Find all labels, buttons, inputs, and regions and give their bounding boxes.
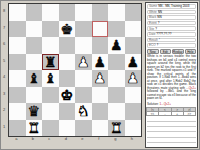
square-f2[interactable]: [92, 103, 109, 120]
piece-black-pawn-g6: ♟: [108, 37, 125, 54]
field-label: ECO: [149, 43, 156, 47]
header-fields: GameNN - NN, Training 2003WhiteNNBlackNN…: [147, 4, 196, 48]
square-c8[interactable]: [42, 4, 59, 21]
square-g3[interactable]: [108, 87, 125, 104]
field-row-date: Date????.??.??: [147, 32, 196, 37]
piece-black-pawn-f5: ♟: [92, 54, 109, 71]
piece-white-rook-g1: ♜: [108, 120, 125, 137]
square-f1[interactable]: [92, 120, 109, 137]
ruled-line: [147, 143, 196, 148]
square-c2[interactable]: [42, 103, 59, 120]
file-labels: abcdefgh: [8, 136, 140, 143]
square-a1[interactable]: [9, 120, 26, 137]
square-e5[interactable]: ♟: [75, 54, 92, 71]
square-c6[interactable]: [42, 37, 59, 54]
nav-button-bottom[interactable]: +: [171, 111, 184, 116]
field-row-site: Site?: [147, 26, 196, 31]
piece-white-pawn-e5: ♟: [75, 54, 92, 71]
square-a7[interactable]: [9, 21, 26, 38]
square-e6[interactable]: [75, 37, 92, 54]
square-b3[interactable]: [26, 87, 43, 104]
square-a6[interactable]: [9, 37, 26, 54]
square-b6[interactable]: [26, 37, 43, 54]
rank-label-4: 4: [0, 69, 8, 86]
square-a3[interactable]: [9, 87, 26, 104]
file-label-d: d: [58, 136, 75, 143]
game-info-panel: GameNN - NN, Training 2003WhiteNNBlackNN…: [145, 2, 198, 148]
square-g7[interactable]: [108, 21, 125, 38]
square-d7[interactable]: ♚: [59, 21, 76, 38]
field-value-input[interactable]: NN - NN, Training 2003: [158, 4, 194, 8]
field-label: Result: [149, 38, 158, 42]
rank-label-8: 8: [0, 3, 8, 20]
nav-button-bottom[interactable]: -: [158, 111, 171, 116]
field-value-input[interactable]: *: [159, 38, 194, 42]
square-f7[interactable]: [92, 21, 109, 38]
square-d5[interactable]: [59, 54, 76, 71]
rank-labels: 87654321: [0, 3, 8, 135]
field-label: Black: [149, 15, 156, 19]
square-c4[interactable]: ♝: [42, 70, 59, 87]
square-g5[interactable]: [108, 54, 125, 71]
square-e7[interactable]: [75, 21, 92, 38]
solution-line: Solution: 1...Qc2+: [147, 102, 196, 106]
square-c3[interactable]: [42, 87, 59, 104]
file-label-c: c: [41, 136, 58, 143]
square-c7[interactable]: [42, 21, 59, 38]
square-e2[interactable]: ♞: [75, 103, 92, 120]
square-h1[interactable]: [125, 120, 142, 137]
square-h5[interactable]: ♟: [125, 54, 142, 71]
solution-value: 1...Qc2+: [160, 102, 171, 106]
square-h3[interactable]: [125, 87, 142, 104]
square-d2[interactable]: [59, 103, 76, 120]
field-value-input[interactable]: ?: [155, 27, 194, 31]
file-label-f: f: [91, 136, 108, 143]
piece-white-knight-e2: ♞: [75, 103, 92, 120]
square-g1[interactable]: ♜: [108, 120, 125, 137]
field-row-black: BlackNN: [147, 15, 196, 20]
field-value-input[interactable]: ?: [158, 21, 194, 25]
square-h2[interactable]: [125, 103, 142, 120]
field-label: White: [149, 10, 157, 14]
square-g8[interactable]: [108, 4, 125, 21]
square-c5[interactable]: ♜: [42, 54, 59, 71]
piece-black-queen-b2: ♛: [26, 103, 43, 120]
file-label-b: b: [25, 136, 42, 143]
annotation-post: followed by ...Bb5, and the king cannot …: [147, 89, 196, 100]
square-f8[interactable]: [92, 4, 109, 21]
square-f4[interactable]: ♟: [92, 70, 109, 87]
file-label-h: h: [124, 136, 141, 143]
field-value-input[interactable]: NN: [157, 15, 194, 19]
solution-label: Solution:: [147, 102, 159, 106]
square-d1[interactable]: [59, 120, 76, 137]
square-a4[interactable]: [9, 70, 26, 87]
square-h7[interactable]: [125, 21, 142, 38]
square-g6[interactable]: ♟: [108, 37, 125, 54]
annotation-text: White is in serious trouble: the two bis…: [147, 55, 196, 101]
annotation-pre: White is in serious trouble: the two bis…: [147, 54, 196, 90]
piece-black-king-d7: ♚: [59, 21, 76, 38]
nav-button-bottom[interactable]: >>: [183, 111, 196, 116]
rank-label-6: 6: [0, 36, 8, 53]
field-row-game: GameNN - NN, Training 2003: [147, 4, 196, 9]
square-f3[interactable]: [92, 87, 109, 104]
square-e3[interactable]: [75, 87, 92, 104]
field-row-result: Result*: [147, 38, 196, 43]
square-d6[interactable]: [59, 37, 76, 54]
square-b5[interactable]: [26, 54, 43, 71]
ruled-area: [147, 117, 196, 148]
piece-black-pawn-h5: ♟: [125, 54, 142, 71]
file-label-a: a: [8, 136, 25, 143]
piece-black-rook-c5: ♜: [42, 54, 59, 71]
square-d4[interactable]: [59, 70, 76, 87]
square-h4[interactable]: ♟: [125, 70, 142, 87]
square-h6[interactable]: [125, 37, 142, 54]
square-h8[interactable]: [125, 4, 142, 21]
square-b7[interactable]: [26, 21, 43, 38]
rank-label-2: 2: [0, 102, 8, 119]
square-d8[interactable]: [59, 4, 76, 21]
piece-black-bishop-b4: ♝: [26, 70, 43, 87]
field-row-event: Event?: [147, 21, 196, 26]
field-row-eco: ECO?: [147, 43, 196, 48]
file-label-g: g: [107, 136, 124, 143]
square-b1[interactable]: ♜: [26, 120, 43, 137]
square-d3[interactable]: ♚: [59, 87, 76, 104]
square-e8[interactable]: [75, 4, 92, 21]
file-label-e: e: [74, 136, 91, 143]
piece-black-bishop-c4: ♝: [42, 70, 59, 87]
field-value-input[interactable]: NN: [158, 10, 194, 14]
field-label: Date: [149, 32, 155, 36]
square-a2[interactable]: [9, 103, 26, 120]
square-c1[interactable]: [42, 120, 59, 137]
nav-button-bottom[interactable]: <<: [146, 111, 159, 116]
square-f5[interactable]: ♟: [92, 54, 109, 71]
field-value-input[interactable]: ?: [157, 43, 194, 47]
field-label: Site: [149, 27, 154, 31]
field-label: Event: [149, 21, 157, 25]
square-b4[interactable]: ♝: [26, 70, 43, 87]
piece-white-pawn-h4: ♟: [125, 70, 142, 87]
piece-white-pawn-f4: ♟: [92, 70, 109, 87]
nav-grid: |<<>>|<<-+>>: [147, 107, 196, 115]
piece-white-rook-b1: ♜: [26, 120, 43, 137]
square-a8[interactable]: [9, 4, 26, 21]
rank-label-3: 3: [0, 86, 8, 103]
rank-label-1: 1: [0, 119, 8, 136]
square-b2[interactable]: ♛: [26, 103, 43, 120]
square-e4[interactable]: [75, 70, 92, 87]
rank-label-5: 5: [0, 53, 8, 70]
field-row-white: WhiteNN: [147, 10, 196, 15]
square-a5[interactable]: [9, 54, 26, 71]
chess-board: ♚♟♜♟♟♟♝♝♟♟♚♛♞♜♜: [8, 3, 142, 137]
piece-white-king-d3: ♚: [59, 87, 76, 104]
field-label: Game: [149, 4, 157, 8]
field-value-input[interactable]: ????.??.??: [156, 32, 194, 36]
square-g4[interactable]: [108, 70, 125, 87]
square-g2[interactable]: [108, 103, 125, 120]
rank-label-7: 7: [0, 20, 8, 37]
square-b8[interactable]: [26, 4, 43, 21]
square-f6[interactable]: [92, 37, 109, 54]
square-e1[interactable]: [75, 120, 92, 137]
